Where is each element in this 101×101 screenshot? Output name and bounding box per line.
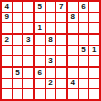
- cell-r5c5[interactable]: [46, 46, 56, 56]
- cell-r4c7[interactable]: [68, 35, 78, 45]
- cell-r6c2[interactable]: [13, 56, 23, 66]
- cell-r5c8[interactable]: 5: [79, 46, 89, 56]
- cell-r7c3[interactable]: [23, 68, 33, 78]
- cell-r2c2[interactable]: [13, 13, 23, 23]
- cell-r9c3[interactable]: [23, 89, 33, 99]
- cell-r5c1[interactable]: [2, 46, 12, 56]
- cell-r9c4[interactable]: [35, 89, 45, 99]
- cell-r9c6[interactable]: [56, 89, 66, 99]
- cell-r3c8[interactable]: [79, 23, 89, 33]
- cell-r7c4[interactable]: 6: [35, 68, 45, 78]
- cell-r1c6[interactable]: 7: [56, 2, 66, 12]
- cell-r1c3[interactable]: [23, 2, 33, 12]
- cell-r3c2[interactable]: [13, 23, 23, 33]
- cell-r9c5[interactable]: [46, 89, 56, 99]
- cell-r2c7[interactable]: 8: [68, 13, 78, 23]
- cell-r3c4[interactable]: 1: [35, 23, 45, 33]
- sudoku-board: 45769812385135624: [0, 0, 101, 101]
- cell-r3c7[interactable]: [68, 23, 78, 33]
- cell-r3c5[interactable]: [46, 23, 56, 33]
- cell-r7c6[interactable]: [56, 68, 66, 78]
- cell-r5c7[interactable]: [68, 46, 78, 56]
- cell-r8c5[interactable]: 2: [46, 79, 56, 89]
- cell-r6c3[interactable]: [23, 56, 33, 66]
- cell-r1c5[interactable]: [46, 2, 56, 12]
- cell-r1c7[interactable]: [68, 2, 78, 12]
- cell-r6c1[interactable]: [2, 56, 12, 66]
- cell-r5c2[interactable]: [13, 46, 23, 56]
- cell-r6c8[interactable]: [79, 56, 89, 66]
- cell-r8c9[interactable]: [89, 79, 99, 89]
- cell-r4c4[interactable]: [35, 35, 45, 45]
- cell-r3c9[interactable]: [89, 23, 99, 33]
- cell-r6c9[interactable]: [89, 56, 99, 66]
- cell-r7c9[interactable]: [89, 68, 99, 78]
- cell-r7c5[interactable]: [46, 68, 56, 78]
- cell-r3c1[interactable]: [2, 23, 12, 33]
- cell-r2c5[interactable]: [46, 13, 56, 23]
- cell-r4c2[interactable]: [13, 35, 23, 45]
- cell-r8c4[interactable]: [35, 79, 45, 89]
- cell-r8c1[interactable]: [2, 79, 12, 89]
- cell-r4c6[interactable]: [56, 35, 66, 45]
- cell-r2c1[interactable]: 9: [2, 13, 12, 23]
- cell-r5c3[interactable]: [23, 46, 33, 56]
- cell-r7c8[interactable]: [79, 68, 89, 78]
- cell-r9c1[interactable]: [2, 89, 12, 99]
- cell-r1c4[interactable]: 5: [35, 2, 45, 12]
- cell-r7c7[interactable]: [68, 68, 78, 78]
- cell-r8c3[interactable]: [23, 79, 33, 89]
- cell-r8c7[interactable]: 4: [68, 79, 78, 89]
- cell-r8c8[interactable]: [79, 79, 89, 89]
- cell-r4c1[interactable]: 2: [2, 35, 12, 45]
- cell-r4c8[interactable]: [79, 35, 89, 45]
- cell-r4c9[interactable]: [89, 35, 99, 45]
- cell-r2c6[interactable]: [56, 13, 66, 23]
- cell-r5c6[interactable]: [56, 46, 66, 56]
- cell-r1c2[interactable]: [13, 2, 23, 12]
- cell-r2c3[interactable]: [23, 13, 33, 23]
- cell-r3c3[interactable]: [23, 23, 33, 33]
- cell-r1c9[interactable]: [89, 2, 99, 12]
- cell-r8c2[interactable]: [13, 79, 23, 89]
- cell-r4c3[interactable]: 3: [23, 35, 33, 45]
- cell-r9c8[interactable]: [79, 89, 89, 99]
- cell-r6c4[interactable]: [35, 56, 45, 66]
- cell-r2c9[interactable]: [89, 13, 99, 23]
- cell-r6c5[interactable]: 3: [46, 56, 56, 66]
- cell-r5c9[interactable]: 1: [89, 46, 99, 56]
- cell-r1c8[interactable]: 6: [79, 2, 89, 12]
- cell-r2c8[interactable]: [79, 13, 89, 23]
- cell-r2c4[interactable]: [35, 13, 45, 23]
- cell-r7c2[interactable]: 5: [13, 68, 23, 78]
- cell-r9c7[interactable]: [68, 89, 78, 99]
- cell-r6c6[interactable]: [56, 56, 66, 66]
- cell-r3c6[interactable]: [56, 23, 66, 33]
- cell-r1c1[interactable]: 4: [2, 2, 12, 12]
- cell-r5c4[interactable]: [35, 46, 45, 56]
- cell-r8c6[interactable]: [56, 79, 66, 89]
- cell-r7c1[interactable]: [2, 68, 12, 78]
- cell-r9c2[interactable]: [13, 89, 23, 99]
- cell-r6c7[interactable]: [68, 56, 78, 66]
- cell-r4c5[interactable]: 8: [46, 35, 56, 45]
- cell-r9c9[interactable]: [89, 89, 99, 99]
